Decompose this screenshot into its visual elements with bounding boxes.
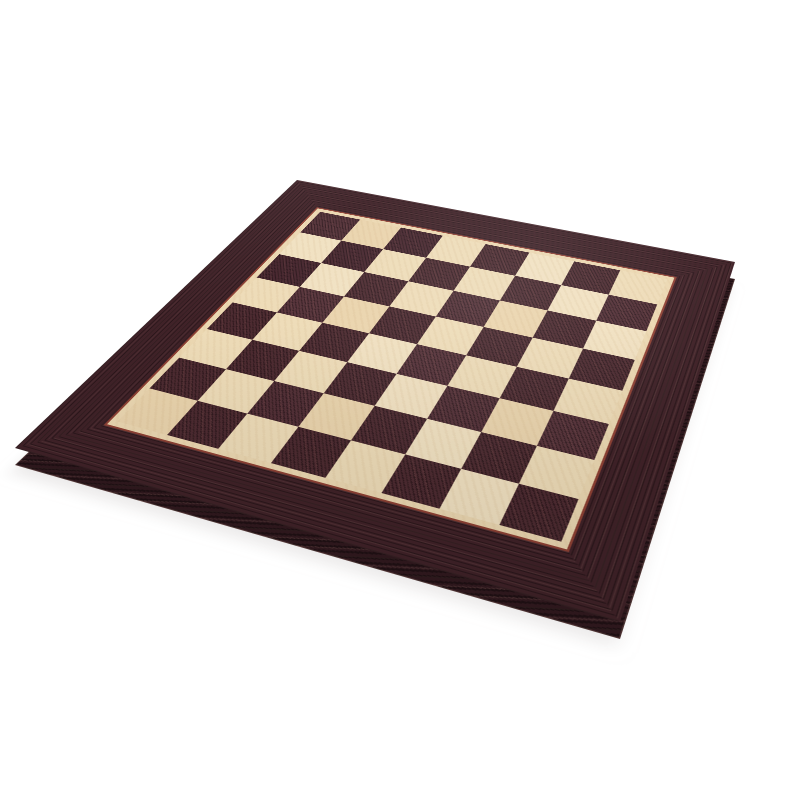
scene (0, 0, 800, 800)
